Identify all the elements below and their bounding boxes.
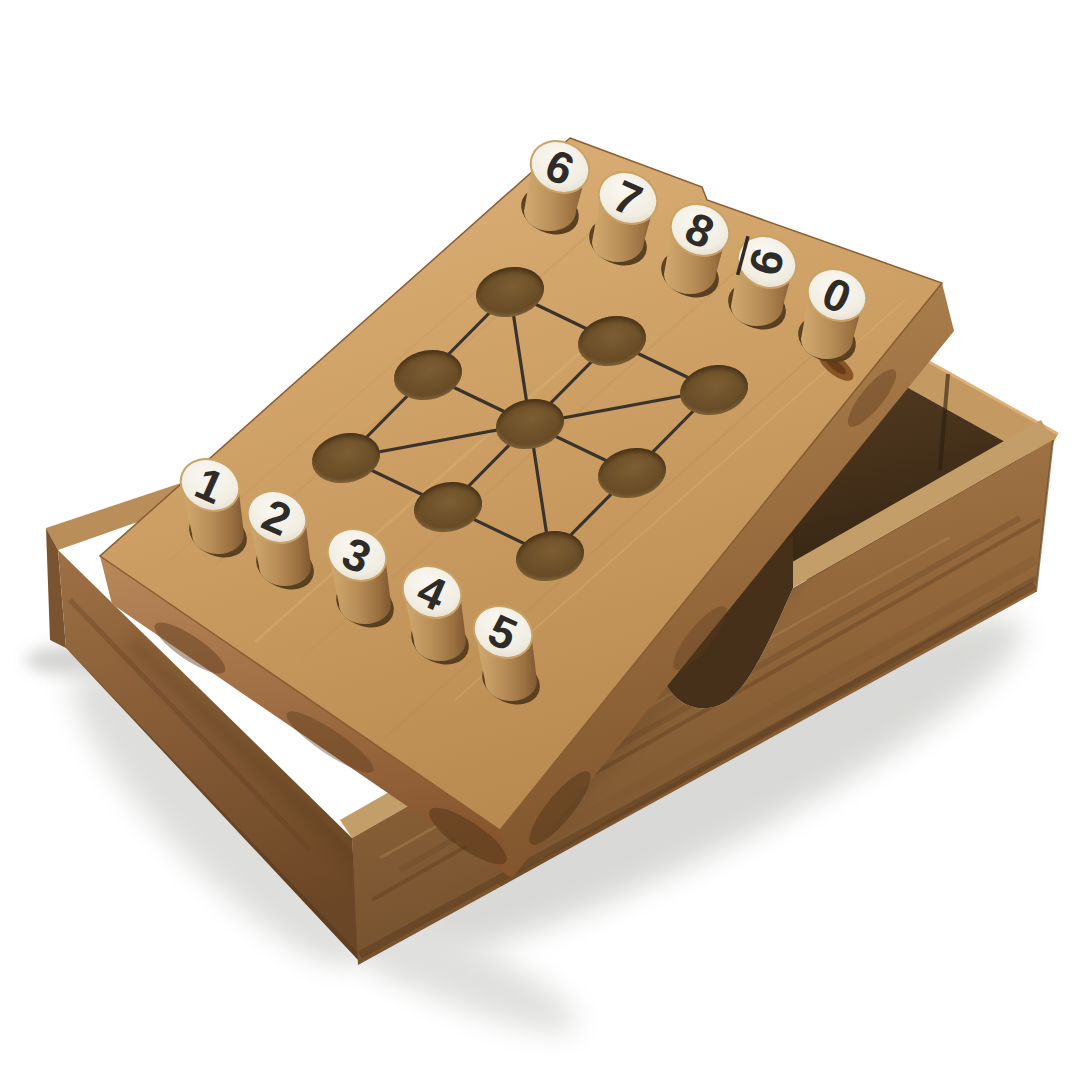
grid-hole-r2c1[interactable]	[400, 473, 496, 542]
grid-hole-r2c2[interactable]	[502, 522, 598, 591]
grid-hole-r1c2[interactable]	[584, 439, 680, 508]
grid-hole-r0c1[interactable]	[564, 307, 660, 376]
grid-hole-r0c0[interactable]	[462, 258, 558, 327]
grid-hole-r2c0[interactable]	[298, 424, 394, 493]
grid-hole-r0c2[interactable]	[666, 356, 762, 425]
grid-hole-r1c1[interactable]	[482, 390, 578, 459]
grid-hole-r1c0[interactable]	[380, 341, 476, 410]
product-photo-scene: 6 7 8 9 0 1	[0, 0, 1080, 1080]
